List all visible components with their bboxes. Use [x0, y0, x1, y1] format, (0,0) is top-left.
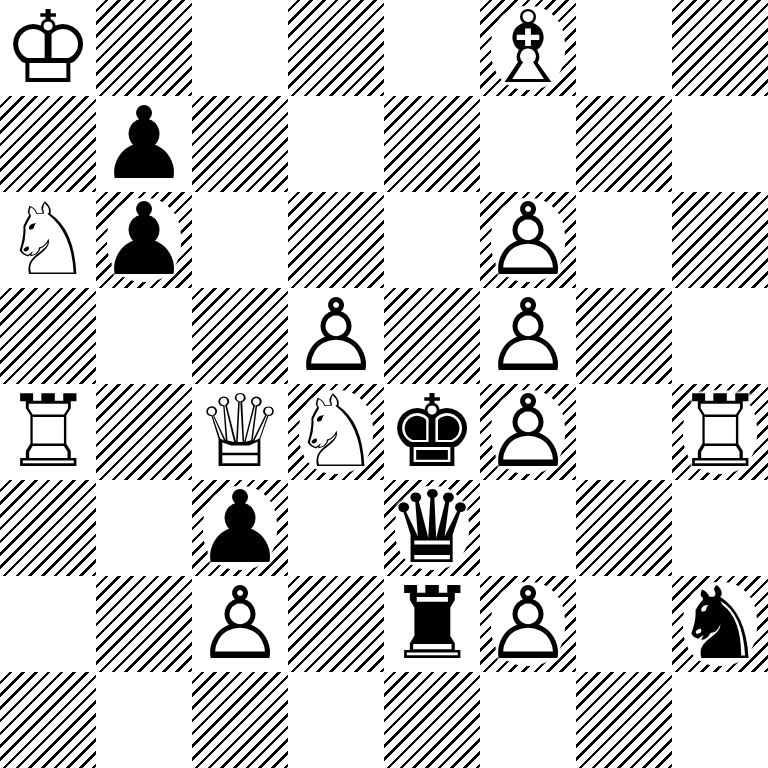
square-c3[interactable]: ♟ [192, 480, 288, 576]
square-b6[interactable]: ♟ [96, 192, 192, 288]
square-c6[interactable] [192, 192, 288, 288]
square-b2[interactable] [96, 576, 192, 672]
square-e5[interactable] [384, 288, 480, 384]
square-b3[interactable] [96, 480, 192, 576]
square-a2[interactable] [0, 576, 96, 672]
square-d2[interactable] [288, 576, 384, 672]
square-g7[interactable] [576, 96, 672, 192]
white-king[interactable]: ♔ [3, 0, 93, 96]
white-pawn[interactable]: ♙ [291, 288, 381, 384]
square-g1[interactable] [576, 672, 672, 768]
square-f6[interactable]: ♙ [480, 192, 576, 288]
square-h3[interactable] [672, 480, 768, 576]
square-b5[interactable] [96, 288, 192, 384]
white-rook[interactable]: ♖ [3, 384, 93, 480]
white-bishop[interactable]: ♗ [483, 0, 573, 96]
white-pawn[interactable]: ♙ [483, 384, 573, 480]
black-queen[interactable]: ♛ [387, 480, 477, 576]
square-d1[interactable] [288, 672, 384, 768]
square-f3[interactable] [480, 480, 576, 576]
white-pawn[interactable]: ♙ [483, 288, 573, 384]
square-g6[interactable] [576, 192, 672, 288]
square-g5[interactable] [576, 288, 672, 384]
chess-board: ♔♗♟♘♟♙♙♙♖♕♘♚♙♖♟♛♙♜♙♞ [0, 0, 768, 768]
square-b7[interactable]: ♟ [96, 96, 192, 192]
square-g4[interactable] [576, 384, 672, 480]
square-f7[interactable] [480, 96, 576, 192]
square-c7[interactable] [192, 96, 288, 192]
square-d3[interactable] [288, 480, 384, 576]
square-d8[interactable] [288, 0, 384, 96]
white-pawn[interactable]: ♙ [483, 192, 573, 288]
square-g2[interactable] [576, 576, 672, 672]
square-d6[interactable] [288, 192, 384, 288]
square-h4[interactable]: ♖ [672, 384, 768, 480]
square-c5[interactable] [192, 288, 288, 384]
square-b1[interactable] [96, 672, 192, 768]
square-d7[interactable] [288, 96, 384, 192]
square-c2[interactable]: ♙ [192, 576, 288, 672]
white-rook[interactable]: ♖ [675, 384, 765, 480]
square-a5[interactable] [0, 288, 96, 384]
square-a8[interactable]: ♔ [0, 0, 96, 96]
square-c1[interactable] [192, 672, 288, 768]
square-h8[interactable] [672, 0, 768, 96]
white-knight[interactable]: ♘ [3, 192, 93, 288]
black-pawn[interactable]: ♟ [99, 96, 189, 192]
square-f4[interactable]: ♙ [480, 384, 576, 480]
square-a3[interactable] [0, 480, 96, 576]
square-h6[interactable] [672, 192, 768, 288]
square-g3[interactable] [576, 480, 672, 576]
square-e8[interactable] [384, 0, 480, 96]
square-e2[interactable]: ♜ [384, 576, 480, 672]
square-e6[interactable] [384, 192, 480, 288]
square-h1[interactable] [672, 672, 768, 768]
black-pawn[interactable]: ♟ [99, 192, 189, 288]
white-pawn[interactable]: ♙ [483, 576, 573, 672]
square-d5[interactable]: ♙ [288, 288, 384, 384]
square-e4[interactable]: ♚ [384, 384, 480, 480]
square-g8[interactable] [576, 0, 672, 96]
black-rook[interactable]: ♜ [387, 576, 477, 672]
square-a7[interactable] [0, 96, 96, 192]
square-a4[interactable]: ♖ [0, 384, 96, 480]
square-f1[interactable] [480, 672, 576, 768]
square-b4[interactable] [96, 384, 192, 480]
square-h2[interactable]: ♞ [672, 576, 768, 672]
square-h5[interactable] [672, 288, 768, 384]
square-d4[interactable]: ♘ [288, 384, 384, 480]
square-b8[interactable] [96, 0, 192, 96]
square-f5[interactable]: ♙ [480, 288, 576, 384]
square-e7[interactable] [384, 96, 480, 192]
white-pawn[interactable]: ♙ [195, 576, 285, 672]
square-f8[interactable]: ♗ [480, 0, 576, 96]
black-pawn[interactable]: ♟ [195, 480, 285, 576]
square-h7[interactable] [672, 96, 768, 192]
square-e1[interactable] [384, 672, 480, 768]
square-f2[interactable]: ♙ [480, 576, 576, 672]
black-king[interactable]: ♚ [387, 384, 477, 480]
square-a1[interactable] [0, 672, 96, 768]
square-a6[interactable]: ♘ [0, 192, 96, 288]
black-knight[interactable]: ♞ [675, 576, 765, 672]
square-c8[interactable] [192, 0, 288, 96]
square-c4[interactable]: ♕ [192, 384, 288, 480]
white-queen[interactable]: ♕ [195, 384, 285, 480]
square-e3[interactable]: ♛ [384, 480, 480, 576]
white-knight[interactable]: ♘ [291, 384, 381, 480]
